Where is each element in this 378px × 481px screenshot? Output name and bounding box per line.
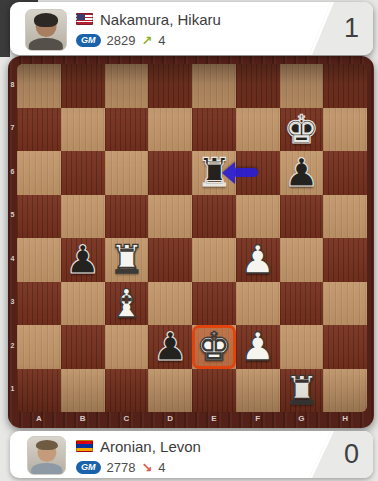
white-king[interactable]: ♚ xyxy=(192,325,236,369)
white-pawn[interactable]: ♟ xyxy=(236,238,280,282)
square-f6[interactable] xyxy=(236,151,280,195)
square-g1[interactable]: ♜ xyxy=(280,369,324,413)
square-h5[interactable] xyxy=(323,195,367,239)
square-f2[interactable]: ♟ xyxy=(236,325,280,369)
square-f3[interactable] xyxy=(236,282,280,326)
square-c5[interactable] xyxy=(105,195,149,239)
square-f5[interactable] xyxy=(236,195,280,239)
avatar-body xyxy=(31,463,63,475)
score-wedge xyxy=(297,431,373,478)
square-b2[interactable] xyxy=(61,325,105,369)
square-b3[interactable] xyxy=(61,282,105,326)
file-label-d: D xyxy=(165,414,175,423)
square-a1[interactable] xyxy=(17,369,61,413)
square-h2[interactable] xyxy=(323,325,367,369)
square-d3[interactable] xyxy=(148,282,192,326)
avatar-body xyxy=(29,38,63,51)
player-name: Nakamura, Hikaru xyxy=(100,11,221,28)
file-label-e: E xyxy=(209,414,219,423)
score-wedge xyxy=(297,2,373,55)
black-pawn[interactable]: ♟ xyxy=(61,238,105,282)
square-c6[interactable] xyxy=(105,151,149,195)
square-h7[interactable] xyxy=(323,108,367,152)
chess-board[interactable]: ♚♜♟♟♜♟♝♟♚♟♜ 87654321ABCDEFGH xyxy=(8,56,374,428)
black-king[interactable]: ♚ xyxy=(280,108,324,152)
file-label-f: F xyxy=(253,414,263,423)
square-d7[interactable] xyxy=(148,108,192,152)
square-c4[interactable]: ♜ xyxy=(105,238,149,282)
player-rating: 2829 xyxy=(107,33,136,48)
square-c7[interactable] xyxy=(105,108,149,152)
square-f1[interactable] xyxy=(236,369,280,413)
square-d8[interactable] xyxy=(148,64,192,108)
avatar xyxy=(25,9,67,51)
square-d5[interactable] xyxy=(148,195,192,239)
square-a3[interactable] xyxy=(17,282,61,326)
square-b6[interactable] xyxy=(61,151,105,195)
match-score: 1 xyxy=(344,12,359,43)
square-b8[interactable] xyxy=(61,64,105,108)
player-name: Aronian, Levon xyxy=(100,438,201,455)
square-c2[interactable] xyxy=(105,325,149,369)
title-badge: GM xyxy=(76,34,101,47)
flag-am-icon xyxy=(76,440,93,452)
rank-label-4: 4 xyxy=(8,255,17,262)
rank-label-7: 7 xyxy=(8,124,17,131)
match-score: 0 xyxy=(344,438,359,469)
square-a4[interactable] xyxy=(17,238,61,282)
square-g7[interactable]: ♚ xyxy=(280,108,324,152)
rank-label-3: 3 xyxy=(8,298,17,305)
square-a7[interactable] xyxy=(17,108,61,152)
file-label-a: A xyxy=(34,414,44,423)
square-d4[interactable] xyxy=(148,238,192,282)
square-g3[interactable] xyxy=(280,282,324,326)
square-e2[interactable]: ♚ xyxy=(192,325,236,369)
rank-label-2: 2 xyxy=(8,342,17,349)
square-f4[interactable]: ♟ xyxy=(236,238,280,282)
square-a8[interactable] xyxy=(17,64,61,108)
square-g6[interactable]: ♟ xyxy=(280,151,324,195)
square-e7[interactable] xyxy=(192,108,236,152)
square-g4[interactable] xyxy=(280,238,324,282)
square-d1[interactable] xyxy=(148,369,192,413)
rating-change: 4 xyxy=(158,33,165,48)
square-a2[interactable] xyxy=(17,325,61,369)
player-rating: 2778 xyxy=(107,460,136,475)
square-e4[interactable] xyxy=(192,238,236,282)
square-e1[interactable] xyxy=(192,369,236,413)
white-pawn[interactable]: ♟ xyxy=(236,325,280,369)
rank-label-1: 1 xyxy=(8,385,17,392)
square-g5[interactable] xyxy=(280,195,324,239)
square-h6[interactable] xyxy=(323,151,367,195)
square-d2[interactable]: ♟ xyxy=(148,325,192,369)
black-rook[interactable]: ♜ xyxy=(192,151,236,195)
square-e8[interactable] xyxy=(192,64,236,108)
square-a5[interactable] xyxy=(17,195,61,239)
file-label-b: B xyxy=(78,414,88,423)
player-card-bottom[interactable]: Aronian, Levon GM 2778 ↘ 4 0 xyxy=(10,431,373,478)
square-b7[interactable] xyxy=(61,108,105,152)
black-pawn[interactable]: ♟ xyxy=(148,325,192,369)
flag-us-icon xyxy=(76,13,93,25)
rating-change: 4 xyxy=(158,460,165,475)
avatar xyxy=(27,436,66,475)
square-f8[interactable] xyxy=(236,64,280,108)
rank-label-5: 5 xyxy=(8,211,17,218)
rank-label-8: 8 xyxy=(8,81,17,88)
square-h4[interactable] xyxy=(323,238,367,282)
file-label-c: C xyxy=(121,414,131,423)
square-c1[interactable] xyxy=(105,369,149,413)
square-b1[interactable] xyxy=(61,369,105,413)
square-c8[interactable] xyxy=(105,64,149,108)
file-label-g: G xyxy=(296,414,306,423)
player-info: Nakamura, Hikaru GM 2829 ↗ 4 xyxy=(76,8,293,48)
white-bishop[interactable]: ♝ xyxy=(105,282,149,326)
avatar-hair xyxy=(35,440,57,450)
rating-down-arrow-icon: ↘ xyxy=(141,460,152,475)
title-badge: GM xyxy=(76,461,101,474)
square-h3[interactable] xyxy=(323,282,367,326)
square-f7[interactable] xyxy=(236,108,280,152)
square-e6[interactable]: ♜ xyxy=(192,151,236,195)
square-g8[interactable] xyxy=(280,64,324,108)
white-rook[interactable]: ♜ xyxy=(280,369,324,413)
square-h1[interactable] xyxy=(323,369,367,413)
board-squares: ♚♜♟♟♜♟♝♟♚♟♜ xyxy=(17,64,367,412)
square-g2[interactable] xyxy=(280,325,324,369)
square-h8[interactable] xyxy=(323,64,367,108)
white-rook[interactable]: ♜ xyxy=(105,238,149,282)
rating-up-arrow-icon: ↗ xyxy=(141,33,152,48)
rank-label-6: 6 xyxy=(8,168,17,175)
square-a6[interactable] xyxy=(17,151,61,195)
broadcast-game-panel: Nakamura, Hikaru GM 2829 ↗ 4 1 ♚♜♟♟♜♟♝♟♚… xyxy=(0,0,378,481)
file-label-h: H xyxy=(340,414,350,423)
square-c3[interactable]: ♝ xyxy=(105,282,149,326)
black-pawn[interactable]: ♟ xyxy=(280,151,324,195)
avatar-hair xyxy=(34,13,58,27)
player-info: Aronian, Levon GM 2778 ↘ 4 xyxy=(76,435,293,475)
square-e3[interactable] xyxy=(192,282,236,326)
square-b5[interactable] xyxy=(61,195,105,239)
square-d6[interactable] xyxy=(148,151,192,195)
square-e5[interactable] xyxy=(192,195,236,239)
square-b4[interactable]: ♟ xyxy=(61,238,105,282)
player-card-top[interactable]: Nakamura, Hikaru GM 2829 ↗ 4 1 xyxy=(10,2,373,55)
